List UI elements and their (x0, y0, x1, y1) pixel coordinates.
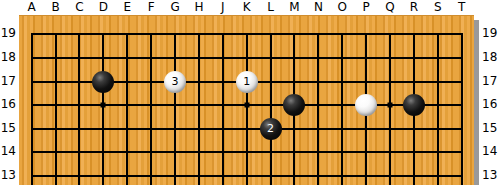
stone-K17[interactable]: 1 (236, 71, 258, 93)
column-label-N: N (314, 0, 323, 14)
stone-P16[interactable] (355, 94, 377, 116)
column-label-S: S (434, 0, 442, 14)
column-label-Q: Q (385, 0, 394, 14)
row-label-right-17: 17 (482, 74, 497, 88)
column-label-R: R (410, 0, 418, 14)
go-board[interactable]: 312 (19, 15, 474, 185)
go-diagram: 312 ABCDEFGHJKLMNOPQRST19191818171716161… (0, 0, 500, 185)
column-label-H: H (194, 0, 203, 14)
board-shadow (474, 20, 479, 185)
row-label-left-16: 16 (0, 97, 16, 111)
column-label-L: L (267, 0, 274, 14)
stone-R16[interactable] (403, 94, 425, 116)
move-number-label: 3 (172, 76, 179, 87)
stone-L15[interactable]: 2 (260, 118, 282, 140)
column-label-J: J (221, 0, 225, 14)
column-label-P: P (363, 0, 370, 14)
column-label-E: E (123, 0, 131, 14)
star-point-D16 (101, 103, 106, 108)
row-label-right-19: 19 (482, 26, 497, 40)
column-label-O: O (338, 0, 347, 14)
row-label-right-16: 16 (482, 97, 497, 111)
row-label-right-18: 18 (482, 50, 497, 64)
grid-line-horizontal (31, 128, 463, 130)
row-label-right-14: 14 (482, 144, 497, 158)
star-point-Q16 (388, 103, 393, 108)
column-label-K: K (243, 0, 251, 14)
row-label-left-19: 19 (0, 26, 16, 40)
row-label-right-15: 15 (482, 121, 497, 135)
stone-M16[interactable] (283, 94, 305, 116)
grid-line-horizontal (31, 57, 463, 59)
column-label-M: M (289, 0, 299, 14)
column-label-A: A (28, 0, 36, 14)
column-label-B: B (51, 0, 59, 14)
star-point-K16 (244, 103, 249, 108)
grid-line-horizontal (31, 151, 463, 153)
grid-line-horizontal (31, 175, 463, 177)
row-label-left-13: 13 (0, 168, 16, 182)
column-label-F: F (148, 0, 155, 14)
move-number-label: 1 (243, 76, 250, 87)
stone-D17[interactable] (92, 71, 114, 93)
stone-G17[interactable]: 3 (164, 71, 186, 93)
grid-line-horizontal (31, 33, 463, 35)
column-label-D: D (99, 0, 108, 14)
row-label-left-17: 17 (0, 74, 16, 88)
row-label-right-13: 13 (482, 168, 497, 182)
column-label-T: T (458, 0, 465, 14)
row-label-left-18: 18 (0, 50, 16, 64)
column-label-C: C (75, 0, 83, 14)
column-label-G: G (170, 0, 179, 14)
move-number-label: 2 (267, 123, 274, 134)
row-label-left-15: 15 (0, 121, 16, 135)
row-label-left-14: 14 (0, 144, 16, 158)
